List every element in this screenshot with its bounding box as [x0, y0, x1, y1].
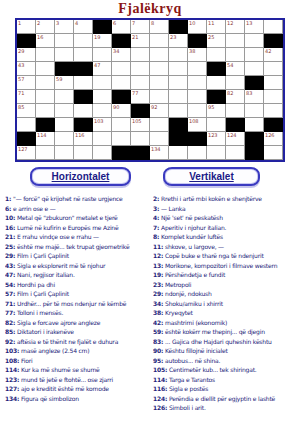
grid-cell[interactable]: 42: [264, 48, 283, 62]
grid-cell[interactable]: [74, 146, 93, 160]
grid-cell[interactable]: [131, 76, 150, 90]
grid-cell[interactable]: [188, 90, 207, 104]
grid-cell[interactable]: [264, 62, 283, 76]
clue-number: 23:: [153, 281, 165, 288]
grid-cell[interactable]: [264, 90, 283, 104]
grid-cell[interactable]: [93, 48, 112, 62]
clue-number: 71:: [5, 300, 17, 307]
cell-number: 23: [170, 34, 176, 40]
clue-item: 25: është me majë... tek trupat gjeometr…: [5, 242, 150, 252]
clue-number: 85:: [5, 328, 17, 335]
clue-item: 116: Sigla e postës: [153, 384, 299, 394]
clue-number: 19:: [153, 271, 165, 278]
black-cell: [169, 118, 188, 132]
clue-number: 29:: [153, 290, 165, 297]
grid-cell[interactable]: [36, 104, 55, 118]
black-cell: [55, 62, 74, 76]
cell-number: 2: [37, 20, 40, 26]
black-cell: [17, 132, 36, 146]
grid-cell[interactable]: 21: [131, 34, 150, 48]
clue-number: 25:: [5, 243, 17, 250]
grid-cell[interactable]: 124: [226, 132, 245, 146]
clue-item: 54: Hordhi pa dhi: [5, 280, 150, 290]
crossword-grid: 1234678101112131619212325293438424347545…: [17, 20, 283, 160]
cell-number: 105: [132, 118, 142, 124]
clue-number: 34:: [153, 300, 165, 307]
clue-number: 83:: [153, 338, 165, 345]
clue-number: 114:: [153, 376, 169, 383]
clue-text: — Lanka: [161, 205, 185, 212]
clue-number: 47:: [5, 271, 17, 278]
cell-number: 13: [246, 20, 252, 26]
clue-text: ... Gajica dhe Hajdari quheshin kështu: [165, 338, 272, 345]
cell-number: 47: [94, 62, 100, 68]
grid-cell[interactable]: [150, 48, 169, 62]
grid-cell[interactable]: [131, 48, 150, 62]
black-cell: [131, 104, 150, 118]
grid-cell[interactable]: [188, 104, 207, 118]
black-cell: [112, 146, 131, 160]
cell-number: 85: [18, 104, 24, 110]
clue-item: 134: Figura që simbolizon: [5, 394, 150, 404]
grid-cell[interactable]: [207, 146, 226, 160]
cell-number: 3: [56, 20, 59, 26]
grid-cell[interactable]: [93, 76, 112, 90]
cell-number: 38: [189, 48, 195, 54]
grid-cell[interactable]: [74, 34, 93, 48]
clue-text: E rrahu vindçe ose e rrahu —: [17, 233, 99, 240]
clue-text: Diktatori i irakenëve: [17, 328, 74, 335]
clue-number: 10:: [5, 214, 17, 221]
grid-cell[interactable]: 95: [207, 104, 226, 118]
grid-cell[interactable]: 2: [36, 20, 55, 34]
clue-text: Centimetër kub... tek shiringat.: [169, 366, 257, 373]
grid-cell[interactable]: [55, 90, 74, 104]
clue-item: 19: Përshëndetja e fundit: [153, 270, 299, 280]
grid-cell[interactable]: [169, 48, 188, 62]
grid-cell[interactable]: [226, 34, 245, 48]
grid-cell[interactable]: 29: [17, 48, 36, 62]
down-header-label: Vertikalet: [189, 171, 233, 182]
clue-item: 126: Simboli i arit.: [153, 403, 299, 413]
cell-number: 29: [18, 48, 24, 54]
grid-cell[interactable]: 57: [17, 76, 36, 90]
grid-cell[interactable]: [188, 146, 207, 160]
cell-number: 34: [113, 48, 119, 54]
cell-number: 116: [75, 132, 85, 138]
across-clue-list: 1: "— forcë" që krijohet në raste urgjen…: [5, 194, 150, 403]
clue-number: 127:: [5, 385, 21, 392]
grid-cell[interactable]: 114: [36, 132, 55, 146]
black-cell: [74, 90, 93, 104]
grid-cell[interactable]: 59: [55, 76, 74, 90]
clue-text: Kështu fillojnë inicialet: [165, 347, 228, 354]
grid-cell[interactable]: [188, 62, 207, 76]
down-clue-list: 2: Rrethi i artë mbi kokën e shenjtërve3…: [153, 194, 299, 413]
grid-cell[interactable]: [226, 76, 245, 90]
clue-item: 34: Shoku/amiku i xhirrit: [153, 299, 299, 309]
cell-number: 134: [151, 146, 161, 152]
grid-cell[interactable]: [93, 132, 112, 146]
down-section-header: Vertikalet: [163, 167, 260, 186]
grid-cell[interactable]: 82: [226, 90, 245, 104]
grid-cell[interactable]: [93, 146, 112, 160]
grid-cell[interactable]: [150, 34, 169, 48]
grid-cell[interactable]: 83: [245, 90, 264, 104]
clue-item: 71: Urdhër... për të mos ndenjur në këmb…: [5, 299, 150, 309]
grid-cell[interactable]: 47: [93, 62, 112, 76]
grid-cell[interactable]: [131, 62, 150, 76]
clue-number: 123:: [5, 376, 21, 383]
clue-item: 47: Nani, regjisor italian.: [5, 270, 150, 280]
clue-text: Metal që "zbukuron" metalet e tjerë: [17, 214, 118, 221]
clue-number: 3:: [153, 205, 161, 212]
cell-number: 10: [189, 20, 195, 26]
clue-item: 16: Lumë në kufirin e Europës me Azinë: [5, 223, 150, 233]
grid-cell[interactable]: 43: [17, 62, 36, 76]
cell-number: 7: [132, 20, 135, 26]
cell-number: 8: [151, 20, 154, 26]
cell-number: 123: [208, 132, 218, 138]
clue-item: 105: Centimetër kub... tek shiringat.: [153, 365, 299, 375]
grid-cell[interactable]: [17, 118, 36, 132]
grid-cell[interactable]: [93, 90, 112, 104]
black-cell: [74, 62, 93, 76]
black-cell: [169, 132, 188, 146]
clue-item: 82: Sigla e forcave ajrore angleze: [5, 318, 150, 328]
clue-item: 38: Kryeqytet: [153, 308, 299, 318]
clue-item: 23: Metropoli: [153, 280, 299, 290]
cell-number: 25: [208, 34, 214, 40]
cell-number: 11: [208, 20, 214, 26]
grid-cell[interactable]: [74, 104, 93, 118]
cell-number: 59: [56, 76, 62, 82]
clue-text: mashtrimi (ekonomik): [165, 319, 227, 326]
grid-cell[interactable]: [264, 20, 283, 34]
grid-cell[interactable]: [264, 104, 283, 118]
grid-cell[interactable]: [150, 62, 169, 76]
cell-number: 54: [227, 62, 233, 68]
grid-cell[interactable]: 71: [17, 90, 36, 104]
black-cell: [112, 34, 131, 48]
grid-cell[interactable]: [245, 104, 264, 118]
clue-text: Targa e Tarantos: [169, 376, 215, 383]
clue-text: aftësia e të thënit ne fjalët e duhura: [17, 338, 118, 345]
clue-text: ndonjë, ndokush: [165, 290, 212, 297]
clue-number: 29:: [5, 252, 17, 259]
clue-item: 2: Rrethi i artë mbi kokën e shenjtërve: [153, 194, 299, 204]
black-cell: [245, 132, 264, 146]
clue-number: 6:: [5, 205, 13, 212]
cell-number: 108: [189, 118, 199, 124]
grid-cell[interactable]: [74, 48, 93, 62]
grid-cell[interactable]: [169, 104, 188, 118]
grid-cell[interactable]: [36, 62, 55, 76]
clue-item: 21: E rrahu vindçe ose e rrahu —: [5, 232, 150, 242]
black-cell: [169, 20, 188, 34]
black-cell: [131, 146, 150, 160]
clue-item: 123: mund të jetë e ftohtë... ose zjarri: [5, 375, 150, 385]
grid-cell[interactable]: [55, 132, 74, 146]
grid-cell[interactable]: [112, 132, 131, 146]
grid-cell[interactable]: 123: [207, 132, 226, 146]
grid-cell[interactable]: 105: [131, 118, 150, 132]
grid-cell[interactable]: 25: [207, 34, 226, 48]
grid-cell[interactable]: 1: [17, 20, 36, 34]
cell-number: 83: [246, 90, 252, 96]
clue-number: 105:: [153, 366, 169, 373]
grid-cell[interactable]: [245, 34, 264, 48]
grid-cell[interactable]: 77: [131, 90, 150, 104]
grid-cell[interactable]: [36, 76, 55, 90]
cell-number: 71: [18, 90, 24, 96]
clue-number: 7:: [153, 224, 161, 231]
grid-cell[interactable]: [169, 146, 188, 160]
grid-cell[interactable]: 16: [36, 34, 55, 48]
clue-number: 124:: [153, 395, 169, 402]
page-title: Fjalëkryq: [0, 1, 300, 17]
clue-text: Film i Çarli Çaplinit: [17, 290, 69, 297]
cell-number: 103: [94, 118, 104, 124]
clue-text: Lumë në kufirin e Europës me Azinë: [17, 224, 118, 231]
clue-item: 8: Komplet kundër luftës: [153, 232, 299, 242]
clue-number: 2:: [153, 195, 161, 202]
black-cell: [93, 20, 112, 34]
clue-text: Një 'set' në peskatësh: [161, 214, 223, 221]
black-cell: [245, 76, 264, 90]
grid-cell[interactable]: 6: [112, 20, 131, 34]
grid-cell[interactable]: [226, 146, 245, 160]
grid-cell[interactable]: 34: [112, 48, 131, 62]
grid-cell[interactable]: [150, 118, 169, 132]
grid-cell[interactable]: [188, 76, 207, 90]
across-section-header: Horizontalet: [30, 167, 131, 186]
clue-number: 8:: [153, 233, 161, 240]
clue-item: 114: Kur ka më shumë se shumë: [5, 365, 150, 375]
clue-text: Sigla e eksplorerit më të njohur: [17, 262, 105, 269]
grid-cell[interactable]: [169, 76, 188, 90]
clue-item: 10: Metal që "zbukuron" metalet e tjerë: [5, 213, 150, 223]
cell-number: 127: [18, 146, 28, 152]
cell-number: 4: [75, 20, 78, 26]
grid-cell[interactable]: [36, 146, 55, 160]
clue-number: 4:: [153, 214, 161, 221]
cell-number: 114: [37, 132, 47, 138]
grid-cell[interactable]: [207, 48, 226, 62]
clue-number: 92:: [5, 338, 17, 345]
clue-text: Hordhi pa dhi: [17, 281, 55, 288]
clue-text: Perëndia e diellit për egjyptin e lashtë: [169, 395, 275, 402]
black-cell: [245, 146, 264, 160]
grid-cell[interactable]: 92: [150, 104, 169, 118]
clue-text: është kokërr me thepinj... që djegin: [165, 328, 265, 335]
clue-number: 134:: [5, 395, 21, 402]
clue-item: 7: Aperitiv i njohur italian.: [153, 223, 299, 233]
grid-cell[interactable]: [112, 118, 131, 132]
grid-cell[interactable]: 85: [17, 104, 36, 118]
grid-cell[interactable]: [245, 62, 264, 76]
clue-item: 57: Film i Çarli Çaplinit: [5, 289, 150, 299]
clue-number: 90:: [153, 347, 165, 354]
grid-cell[interactable]: [150, 132, 169, 146]
grid-cell[interactable]: [245, 118, 264, 132]
clue-number: 11:: [153, 243, 165, 250]
grid-cell[interactable]: [55, 118, 74, 132]
grid-cell[interactable]: [226, 104, 245, 118]
grid-cell[interactable]: 3: [55, 20, 74, 34]
cell-number: 16: [37, 34, 43, 40]
black-cell: [207, 62, 226, 76]
grid-cell[interactable]: 11: [207, 20, 226, 34]
clue-number: 38:: [153, 309, 165, 316]
black-cell: [188, 34, 207, 48]
clue-text: ajo e kreditit është më komode: [21, 385, 109, 392]
cell-number: 12: [227, 20, 233, 26]
clue-text: Kryeqytet: [165, 309, 193, 316]
clue-item: 59: është kokërr me thepinj... që djegin: [153, 327, 299, 337]
grid-cell[interactable]: [245, 48, 264, 62]
clue-number: 95:: [153, 357, 165, 364]
grid-cell[interactable]: [207, 76, 226, 90]
clue-item: 43: Sigla e eksplorerit më të njohur: [5, 261, 150, 271]
grid-cell[interactable]: 13: [245, 20, 264, 34]
grid-cell[interactable]: [112, 62, 131, 76]
clue-text: Tolloni i mensës.: [17, 309, 63, 316]
grid-cell[interactable]: 4: [74, 20, 93, 34]
grid-cell[interactable]: [55, 104, 74, 118]
clue-text: Përshëndetja e fundit: [165, 271, 225, 278]
clue-number: 82:: [5, 319, 17, 326]
clue-text: "— forcë" që krijohet në raste urgjence: [13, 195, 123, 202]
clue-text: Morikone, kompozitori i filmave western: [165, 262, 277, 269]
grid-cell[interactable]: 108: [188, 118, 207, 132]
clue-text: Rrethi i artë mbi kokën e shenjtërve: [161, 195, 262, 202]
clue-number: 42:: [153, 319, 165, 326]
grid-cell[interactable]: 90: [112, 104, 131, 118]
grid-cell[interactable]: [36, 48, 55, 62]
black-cell: [207, 90, 226, 104]
grid-cell[interactable]: 38: [188, 48, 207, 62]
grid-cell[interactable]: [55, 34, 74, 48]
cell-number: 57: [18, 76, 24, 82]
grid-cell[interactable]: 103: [93, 118, 112, 132]
clue-item: 13: Morikone, kompozitori i filmave west…: [153, 261, 299, 271]
grid-cell[interactable]: [55, 48, 74, 62]
grid-cell[interactable]: 23: [169, 34, 188, 48]
clue-item: 124: Perëndia e diellit për egjyptin e l…: [153, 394, 299, 404]
clue-text: Metropoli: [165, 281, 191, 288]
clue-text: autobus... në shina.: [165, 357, 220, 364]
clue-item: 85: Diktatori i irakenëve: [5, 327, 150, 337]
grid-cell[interactable]: 126: [264, 132, 283, 146]
black-cell: [74, 118, 93, 132]
clue-number: 103:: [5, 347, 21, 354]
grid-cell[interactable]: 7: [131, 20, 150, 34]
black-cell: [264, 34, 283, 48]
grid-cell[interactable]: [150, 90, 169, 104]
cell-number: 1: [18, 20, 21, 26]
cell-number: 124: [227, 132, 237, 138]
black-cell: [17, 34, 36, 48]
cell-number: 82: [227, 90, 233, 96]
crossword-board: 1234678101112131619212325293438424347545…: [15, 18, 285, 162]
clue-item: 83: ... Gajica dhe Hajdari quheshin kësh…: [153, 337, 299, 347]
clue-text: Aperitiv i njohur italian.: [161, 224, 226, 231]
clue-text: Film i Çarli Çaplinit: [17, 252, 69, 259]
clue-number: 54:: [5, 281, 17, 288]
grid-cell[interactable]: [112, 76, 131, 90]
clue-text: Sigla e forcave ajrore angleze: [17, 319, 100, 326]
clue-item: 77: Tolloni i mensës.: [5, 308, 150, 318]
cell-number: 126: [265, 132, 275, 138]
grid-cell[interactable]: 127: [17, 146, 36, 160]
clue-number: 21:: [5, 233, 17, 240]
cell-number: 95: [208, 104, 214, 110]
clue-item: 4: Një 'set' në peskatësh: [153, 213, 299, 223]
grid-cell[interactable]: [55, 146, 74, 160]
grid-cell[interactable]: 134: [150, 146, 169, 160]
grid-cell[interactable]: [207, 118, 226, 132]
clue-number: 108:: [5, 357, 21, 364]
grid-cell[interactable]: 116: [74, 132, 93, 146]
grid-cell[interactable]: [150, 76, 169, 90]
grid-cell[interactable]: 12: [226, 20, 245, 34]
grid-cell[interactable]: [36, 90, 55, 104]
cell-number: 90: [113, 104, 119, 110]
cell-number: 92: [151, 104, 157, 110]
grid-cell[interactable]: [93, 104, 112, 118]
grid-cell[interactable]: [74, 76, 93, 90]
grid-cell[interactable]: 19: [93, 34, 112, 48]
grid-cell[interactable]: [169, 90, 188, 104]
clue-text: Shoku/amiku i xhirrit: [165, 300, 223, 307]
clue-number: 114:: [5, 366, 21, 373]
grid-cell[interactable]: [264, 76, 283, 90]
clue-item: 90: Kështu fillojnë inicialet: [153, 346, 299, 356]
clue-item: 6: e arrin ose e —: [5, 204, 150, 214]
clue-item: 1: "— forcë" që krijohet në raste urgjen…: [5, 194, 150, 204]
clue-item: 42: mashtrimi (ekonomik): [153, 318, 299, 328]
clue-number: 77:: [5, 309, 17, 316]
grid-cell[interactable]: [169, 62, 188, 76]
clue-text: masë angleze (2.54 cm): [21, 347, 89, 354]
cell-number: 42: [265, 48, 271, 54]
cell-number: 43: [18, 62, 24, 68]
grid-cell[interactable]: [264, 146, 283, 160]
clue-text: Copë buke e tharë nga të ndenjurit: [165, 252, 264, 259]
clue-number: 57:: [5, 290, 17, 297]
clue-text: Fiori: [21, 357, 33, 364]
grid-cell[interactable]: 10: [188, 20, 207, 34]
clue-number: 126:: [153, 404, 169, 411]
grid-cell[interactable]: 54: [226, 62, 245, 76]
clue-text: shkove, u largove, —: [165, 243, 224, 250]
black-cell: [188, 132, 207, 146]
clue-item: 108: Fiori: [5, 356, 150, 366]
grid-cell[interactable]: [131, 132, 150, 146]
clue-number: 116:: [153, 385, 169, 392]
clue-number: 1:: [5, 195, 13, 202]
clue-text: Nani, regjisor italian.: [17, 271, 75, 278]
clue-item: 29: ndonjë, ndokush: [153, 289, 299, 299]
clue-text: është me majë... tek trupat gjeometrikë: [17, 243, 129, 250]
clue-text: Figura që simbolizon: [21, 395, 79, 402]
grid-cell[interactable]: [226, 48, 245, 62]
across-header-label: Horizontalet: [52, 171, 110, 182]
grid-cell[interactable]: 8: [150, 20, 169, 34]
black-cell: [112, 90, 131, 104]
clue-item: 92: aftësia e të thënit ne fjalët e duhu…: [5, 337, 150, 347]
